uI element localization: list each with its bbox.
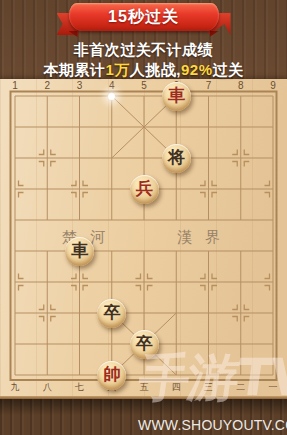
banner-title: 15秒过关	[69, 3, 219, 30]
info-line-1: 非首次过关不计成绩	[0, 41, 287, 60]
piece-character: 車	[71, 242, 88, 259]
puzzle-screen: 15秒过关 非首次过关不计成绩 本期累计1万人挑战,92%过关 楚河 漢界 車将…	[0, 0, 287, 435]
piece-character: 卒	[103, 304, 120, 321]
piece-black-soldier[interactable]: 卒	[97, 299, 126, 328]
ribbon-band: 15秒过关	[69, 3, 219, 31]
piece-red-general[interactable]: 帥	[97, 361, 126, 390]
pass-rate: 92%	[181, 61, 213, 78]
piece-red-chariot[interactable]: 車	[162, 82, 191, 111]
info-line-2-seg: 过关	[213, 61, 244, 78]
piece-character: 車	[168, 87, 185, 104]
piece-red-soldier[interactable]: 兵	[130, 175, 159, 204]
challenger-count: 1万	[105, 61, 129, 78]
watermark-logo: 手游TV	[135, 349, 287, 408]
level-banner: 15秒过关	[57, 2, 231, 40]
piece-black-general[interactable]: 将	[162, 144, 191, 173]
info-line-2: 本期累计1万人挑战,92%过关	[0, 61, 287, 80]
piece-layer: 車将兵車卒卒帥	[0, 81, 287, 391]
piece-black-chariot[interactable]: 車	[65, 237, 94, 266]
info-line-2-seg: 本期累计	[43, 61, 105, 78]
piece-character: 将	[168, 149, 185, 166]
last-move-marker	[107, 92, 116, 101]
piece-character: 帥	[103, 366, 120, 383]
info-line-2-seg: 人挑战,	[130, 61, 181, 78]
piece-character: 兵	[136, 180, 153, 197]
watermark-url: WWW.SHOUYOUTV.COM	[138, 417, 287, 433]
ribbon-fold-right	[210, 31, 219, 37]
